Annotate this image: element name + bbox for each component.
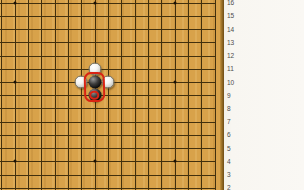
board-intersection[interactable] (8, 23, 21, 36)
board-intersection[interactable] (61, 23, 74, 36)
board-intersection[interactable] (168, 62, 181, 75)
board-intersection[interactable] (101, 9, 114, 22)
board-intersection[interactable] (75, 168, 88, 181)
board-intersection[interactable] (208, 89, 221, 102)
board-intersection[interactable] (208, 181, 221, 190)
row-label: 3 (227, 171, 241, 178)
board-intersection[interactable] (101, 62, 114, 75)
board-intersection[interactable] (48, 0, 61, 9)
board-intersection[interactable] (75, 115, 88, 128)
board-intersection[interactable] (48, 49, 61, 62)
goban-grid (0, 0, 221, 190)
board-intersection[interactable] (115, 9, 128, 22)
board-intersection[interactable] (155, 102, 168, 115)
board-intersection[interactable] (155, 115, 168, 128)
row-label: 7 (227, 118, 241, 125)
board-intersection[interactable] (88, 23, 101, 36)
board-intersection[interactable] (141, 181, 154, 190)
board-intersection[interactable] (48, 142, 61, 155)
board-intersection[interactable] (195, 102, 208, 115)
go-app-screenshot: 1615141312111098765432 (0, 0, 304, 190)
board-intersection[interactable] (115, 155, 128, 168)
board-intersection[interactable] (115, 23, 128, 36)
board-intersection[interactable] (61, 89, 74, 102)
board-intersection[interactable] (35, 142, 48, 155)
board-intersection[interactable] (141, 9, 154, 22)
board-intersection[interactable] (48, 75, 61, 88)
board-intersection[interactable] (181, 155, 194, 168)
board-intersection[interactable] (101, 142, 114, 155)
board-intersection[interactable] (61, 62, 74, 75)
board-intersection[interactable] (115, 142, 128, 155)
board-intersection[interactable] (21, 128, 34, 141)
board-intersection[interactable] (181, 115, 194, 128)
board-intersection[interactable] (61, 75, 74, 88)
board-intersection[interactable] (195, 89, 208, 102)
board-intersection[interactable] (75, 181, 88, 190)
board-intersection[interactable] (8, 115, 21, 128)
board-intersection[interactable] (195, 115, 208, 128)
board-intersection[interactable] (101, 102, 114, 115)
board-intersection[interactable] (101, 36, 114, 49)
board-intersection[interactable] (21, 23, 34, 36)
board-intersection[interactable] (0, 36, 8, 49)
board-intersection[interactable] (155, 23, 168, 36)
board-intersection[interactable] (168, 142, 181, 155)
board-intersection[interactable] (21, 115, 34, 128)
board-intersection[interactable] (115, 89, 128, 102)
board-intersection[interactable] (88, 155, 101, 168)
board-intersection[interactable] (21, 49, 34, 62)
board-intersection[interactable] (75, 36, 88, 49)
board-intersection[interactable] (155, 49, 168, 62)
row-label: 9 (227, 92, 241, 99)
board-intersection[interactable] (208, 75, 221, 88)
board-intersection[interactable] (195, 142, 208, 155)
board-intersection[interactable] (61, 128, 74, 141)
board-intersection[interactable] (101, 128, 114, 141)
board-intersection[interactable] (141, 23, 154, 36)
board-intersection[interactable] (128, 181, 141, 190)
board-intersection[interactable] (181, 23, 194, 36)
board-intersection[interactable] (21, 181, 34, 190)
board-intersection[interactable] (88, 49, 101, 62)
board-intersection[interactable] (0, 9, 8, 22)
board-intersection[interactable] (61, 155, 74, 168)
board-intersection[interactable] (21, 142, 34, 155)
board-intersection[interactable] (8, 49, 21, 62)
row-label: 4 (227, 158, 241, 165)
board-intersection[interactable] (181, 0, 194, 9)
board-intersection[interactable] (88, 128, 101, 141)
board-intersection[interactable] (128, 155, 141, 168)
board-intersection[interactable] (168, 102, 181, 115)
row-label: 13 (227, 39, 241, 46)
board-intersection[interactable] (195, 23, 208, 36)
board-intersection[interactable] (8, 62, 21, 75)
board-intersection[interactable] (21, 155, 34, 168)
row-label: 15 (227, 12, 241, 19)
board-intersection[interactable] (75, 102, 88, 115)
board-intersection[interactable] (128, 9, 141, 22)
board-intersection[interactable] (208, 36, 221, 49)
board-intersection[interactable] (48, 23, 61, 36)
board-intersection[interactable] (141, 128, 154, 141)
board-intersection[interactable] (88, 115, 101, 128)
board-intersection[interactable] (155, 75, 168, 88)
board-intersection[interactable] (0, 62, 8, 75)
board-intersection[interactable] (155, 62, 168, 75)
board-intersection[interactable] (208, 23, 221, 36)
board-intersection[interactable] (168, 181, 181, 190)
row-label: 8 (227, 105, 241, 112)
board-intersection[interactable] (115, 49, 128, 62)
board-intersection[interactable] (155, 36, 168, 49)
board-intersection[interactable] (208, 0, 221, 9)
board-intersection[interactable] (195, 155, 208, 168)
board-intersection[interactable] (61, 115, 74, 128)
board-intersection[interactable] (168, 0, 181, 9)
board-intersection[interactable] (0, 75, 8, 88)
board-intersection[interactable] (141, 168, 154, 181)
board-intersection[interactable] (141, 75, 154, 88)
board-intersection[interactable] (21, 62, 34, 75)
board-intersection[interactable] (195, 168, 208, 181)
board-intersection[interactable] (181, 142, 194, 155)
board-intersection[interactable] (128, 23, 141, 36)
board-intersection[interactable] (141, 0, 154, 9)
board-intersection[interactable] (21, 36, 34, 49)
board-intersection[interactable] (128, 115, 141, 128)
board-intersection[interactable] (101, 115, 114, 128)
board-intersection[interactable] (155, 0, 168, 9)
board-intersection[interactable] (128, 36, 141, 49)
board-intersection[interactable] (155, 181, 168, 190)
board-intersection[interactable] (88, 0, 101, 9)
board-intersection[interactable] (75, 9, 88, 22)
board-intersection[interactable] (141, 155, 154, 168)
board-intersection[interactable] (115, 168, 128, 181)
board-intersection[interactable] (155, 155, 168, 168)
board-intersection[interactable] (181, 168, 194, 181)
board-intersection[interactable] (35, 102, 48, 115)
row-label: 14 (227, 26, 241, 33)
board-intersection[interactable] (88, 102, 101, 115)
row-label: 5 (227, 145, 241, 152)
board-intersection[interactable] (195, 128, 208, 141)
board-intersection[interactable] (181, 49, 194, 62)
row-label: 2 (227, 184, 241, 190)
board-intersection[interactable] (0, 89, 8, 102)
board-intersection[interactable] (141, 115, 154, 128)
board-intersection[interactable] (8, 142, 21, 155)
board-intersection[interactable] (181, 102, 194, 115)
board-intersection[interactable] (8, 102, 21, 115)
board-intersection[interactable] (208, 128, 221, 141)
board-intersection[interactable] (181, 36, 194, 49)
board-intersection[interactable] (155, 128, 168, 141)
board-intersection[interactable] (115, 115, 128, 128)
board-intersection[interactable] (128, 62, 141, 75)
board-intersection[interactable] (195, 36, 208, 49)
board-intersection[interactable] (0, 181, 8, 190)
board-intersection[interactable] (8, 155, 21, 168)
board-intersection[interactable] (35, 49, 48, 62)
board-intersection[interactable] (141, 36, 154, 49)
board-intersection[interactable] (155, 9, 168, 22)
board-intersection[interactable] (208, 142, 221, 155)
board-intersection[interactable] (141, 142, 154, 155)
board-intersection[interactable] (115, 36, 128, 49)
board-intersection[interactable] (35, 181, 48, 190)
annotation-circle (89, 90, 100, 100)
board-intersection[interactable] (181, 128, 194, 141)
board-intersection[interactable] (155, 168, 168, 181)
board-intersection[interactable] (61, 36, 74, 49)
board-intersection[interactable] (101, 168, 114, 181)
board-intersection[interactable] (48, 89, 61, 102)
board-intersection[interactable] (208, 168, 221, 181)
board-intersection[interactable] (128, 168, 141, 181)
board-intersection[interactable] (75, 49, 88, 62)
board-intersection[interactable] (48, 168, 61, 181)
board-intersection[interactable] (168, 75, 181, 88)
board-intersection[interactable] (0, 115, 8, 128)
board-intersection[interactable] (101, 0, 114, 9)
board-intersection[interactable] (141, 89, 154, 102)
board-intersection[interactable] (128, 89, 141, 102)
board-intersection[interactable] (155, 89, 168, 102)
board-intersection[interactable] (35, 0, 48, 9)
board-intersection[interactable] (168, 155, 181, 168)
board-intersection[interactable] (0, 168, 8, 181)
board-intersection[interactable] (195, 62, 208, 75)
board-intersection[interactable] (88, 142, 101, 155)
board-intersection[interactable] (115, 75, 128, 88)
board-intersection[interactable] (0, 23, 8, 36)
board-intersection[interactable] (141, 49, 154, 62)
board-intersection[interactable] (168, 168, 181, 181)
board-intersection[interactable] (0, 142, 8, 155)
board-intersection[interactable] (115, 102, 128, 115)
board-intersection[interactable] (168, 89, 181, 102)
board-intersection[interactable] (88, 168, 101, 181)
board-intersection[interactable] (75, 142, 88, 155)
board-intersection[interactable] (48, 102, 61, 115)
board-intersection[interactable] (61, 49, 74, 62)
row-label: 10 (227, 79, 241, 86)
board-intersection[interactable] (35, 168, 48, 181)
board-intersection[interactable] (208, 49, 221, 62)
board-intersection[interactable] (0, 128, 8, 141)
board-intersection[interactable] (8, 168, 21, 181)
board-intersection[interactable] (35, 23, 48, 36)
board-intersection[interactable] (48, 128, 61, 141)
board-intersection[interactable] (0, 102, 8, 115)
board-intersection[interactable] (75, 128, 88, 141)
board-intersection[interactable] (181, 181, 194, 190)
board-intersection[interactable] (35, 115, 48, 128)
board-intersection[interactable] (195, 0, 208, 9)
board-intersection[interactable] (88, 181, 101, 190)
board-intersection[interactable] (8, 36, 21, 49)
board-intersection[interactable] (88, 36, 101, 49)
board-intersection[interactable] (35, 9, 48, 22)
board-intersection[interactable] (181, 75, 194, 88)
board-intersection[interactable] (128, 128, 141, 141)
coordinate-panel: 1615141312111098765432 (224, 0, 304, 190)
board-intersection[interactable] (208, 62, 221, 75)
board-intersection[interactable] (168, 115, 181, 128)
board-intersection[interactable] (195, 9, 208, 22)
board-intersection[interactable] (35, 36, 48, 49)
board-intersection[interactable] (61, 142, 74, 155)
board-intersection[interactable] (208, 115, 221, 128)
board-intersection[interactable] (168, 36, 181, 49)
row-label: 16 (227, 0, 241, 6)
board-intersection[interactable] (115, 181, 128, 190)
board-intersection[interactable] (75, 23, 88, 36)
board-intersection[interactable] (75, 0, 88, 9)
board-intersection[interactable] (0, 155, 8, 168)
row-label: 11 (227, 65, 241, 72)
board-intersection[interactable] (48, 155, 61, 168)
board-intersection[interactable] (35, 155, 48, 168)
board-intersection[interactable] (88, 9, 101, 22)
board-intersection[interactable] (8, 75, 21, 88)
board-intersection[interactable] (195, 75, 208, 88)
board-intersection[interactable] (61, 9, 74, 22)
board-intersection[interactable] (61, 168, 74, 181)
board-intersection[interactable] (21, 0, 34, 9)
board-intersection[interactable] (8, 9, 21, 22)
board-intersection[interactable] (115, 62, 128, 75)
board-intersection[interactable] (195, 49, 208, 62)
board-intersection[interactable] (21, 102, 34, 115)
board-intersection[interactable] (141, 102, 154, 115)
board-intersection[interactable] (208, 155, 221, 168)
board-intersection[interactable] (8, 89, 21, 102)
board-intersection[interactable] (48, 9, 61, 22)
board-intersection[interactable] (181, 9, 194, 22)
board-intersection[interactable] (115, 0, 128, 9)
board-intersection[interactable] (21, 75, 34, 88)
board-intersection[interactable] (35, 89, 48, 102)
board-intersection[interactable] (48, 115, 61, 128)
board-intersection[interactable] (195, 181, 208, 190)
board-intersection[interactable] (128, 0, 141, 9)
board-intersection[interactable] (61, 102, 74, 115)
board-intersection[interactable] (35, 75, 48, 88)
board-intersection[interactable] (101, 49, 114, 62)
board-intersection[interactable] (48, 181, 61, 190)
board-intersection[interactable] (141, 62, 154, 75)
row-label: 12 (227, 52, 241, 59)
row-label: 6 (227, 131, 241, 138)
board-intersection[interactable] (0, 49, 8, 62)
board-intersection[interactable] (168, 49, 181, 62)
board-intersection[interactable] (21, 9, 34, 22)
board-intersection[interactable] (128, 49, 141, 62)
board-intersection[interactable] (61, 181, 74, 190)
board-intersection[interactable] (101, 23, 114, 36)
board-intersection[interactable] (128, 102, 141, 115)
board-intersection[interactable] (8, 0, 21, 9)
board-intersection[interactable] (75, 155, 88, 168)
board-intersection[interactable] (208, 9, 221, 22)
board-intersection[interactable] (21, 89, 34, 102)
board-intersection[interactable] (128, 75, 141, 88)
board-intersection[interactable] (8, 181, 21, 190)
go-board[interactable] (0, 0, 221, 190)
board-intersection[interactable] (35, 128, 48, 141)
board-intersection[interactable] (35, 62, 48, 75)
board-intersection[interactable] (48, 36, 61, 49)
board-intersection[interactable] (128, 142, 141, 155)
board-intersection[interactable] (48, 62, 61, 75)
board-intersection[interactable] (155, 142, 168, 155)
board-intersection[interactable] (168, 9, 181, 22)
board-intersection[interactable] (101, 155, 114, 168)
board-intersection[interactable] (168, 128, 181, 141)
board-intersection[interactable] (101, 181, 114, 190)
board-intersection[interactable] (0, 0, 8, 9)
board-intersection[interactable] (181, 62, 194, 75)
board-intersection[interactable] (208, 102, 221, 115)
board-intersection[interactable] (115, 128, 128, 141)
board-intersection[interactable] (8, 128, 21, 141)
board-intersection[interactable] (181, 89, 194, 102)
board-intersection[interactable] (168, 23, 181, 36)
board-intersection[interactable] (61, 0, 74, 9)
board-intersection[interactable] (21, 168, 34, 181)
